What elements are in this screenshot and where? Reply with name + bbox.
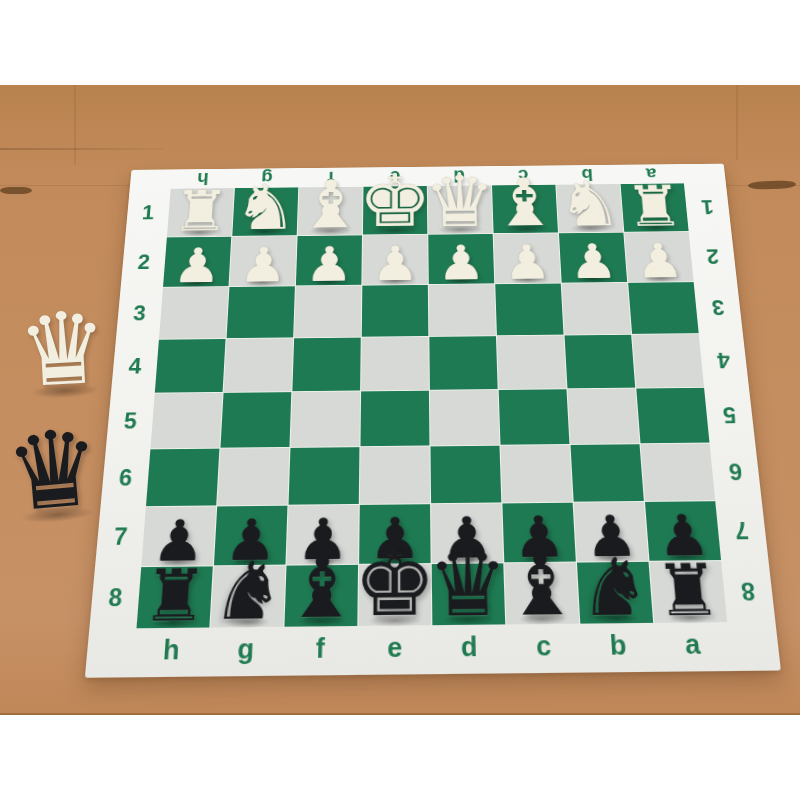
white-bishop-c1[interactable]: ♝ bbox=[490, 170, 560, 236]
square-c2[interactable]: ♟ bbox=[494, 233, 561, 283]
square-f5[interactable] bbox=[290, 391, 360, 447]
white-queen-d1[interactable]: ♛ bbox=[423, 166, 497, 237]
square-h5[interactable] bbox=[150, 393, 222, 449]
rank-label-8: 8 bbox=[89, 567, 141, 629]
rank-label-2: 2 bbox=[689, 231, 737, 281]
square-d2[interactable]: ♟ bbox=[428, 234, 494, 284]
chess-board: ♜♞♝♚♛♝♞♜♟♟♟♟♟♟♟♟♟♟♟♟♟♟♟♟♜♞♝♚♛♝♞♜ bbox=[136, 183, 727, 628]
square-h2[interactable]: ♟ bbox=[163, 237, 231, 287]
board-perspective-scene: hgfedcba 12345678 12345678 hgfedcba ♜♞♝♚… bbox=[85, 164, 781, 678]
white-pawn-c2[interactable]: ♟ bbox=[502, 238, 552, 286]
square-c1[interactable]: ♝ bbox=[492, 185, 558, 233]
rank-label-4: 4 bbox=[699, 334, 749, 387]
white-pawn-f2[interactable]: ♟ bbox=[304, 240, 353, 288]
square-b1[interactable]: ♞ bbox=[556, 184, 623, 232]
white-pawn-e2[interactable]: ♟ bbox=[371, 240, 419, 288]
white-pawn-b2[interactable]: ♟ bbox=[568, 238, 619, 286]
white-pawn-d2[interactable]: ♟ bbox=[437, 239, 486, 287]
square-g2[interactable]: ♟ bbox=[229, 236, 296, 286]
black-bishop-f8[interactable]: ♝ bbox=[282, 546, 360, 631]
rank-label-3: 3 bbox=[694, 282, 743, 333]
square-e3[interactable] bbox=[362, 285, 429, 337]
square-c8[interactable]: ♝ bbox=[504, 563, 579, 625]
rank-label-1: 1 bbox=[684, 183, 731, 231]
rank-label-5: 5 bbox=[106, 394, 155, 449]
square-g5[interactable] bbox=[220, 392, 291, 448]
square-a2[interactable]: ♟ bbox=[624, 232, 693, 282]
square-g6[interactable] bbox=[217, 448, 289, 506]
cardboard-crease bbox=[736, 85, 738, 160]
white-pawn-h2[interactable]: ♟ bbox=[171, 242, 222, 290]
square-h1[interactable]: ♜ bbox=[167, 188, 234, 236]
white-rook-h1[interactable]: ♜ bbox=[170, 183, 231, 240]
rank-label-1: 1 bbox=[125, 189, 170, 237]
square-b3[interactable] bbox=[562, 283, 631, 335]
square-d5[interactable] bbox=[430, 390, 500, 445]
square-d6[interactable] bbox=[430, 446, 501, 503]
square-e1[interactable]: ♚ bbox=[363, 186, 427, 234]
black-king-e8[interactable]: ♚ bbox=[352, 537, 437, 630]
square-d3[interactable] bbox=[429, 284, 496, 336]
rank-label-8: 8 bbox=[721, 561, 775, 623]
rank-label-3: 3 bbox=[116, 288, 163, 340]
square-g3[interactable] bbox=[227, 286, 295, 338]
rank-label-7: 7 bbox=[715, 501, 768, 560]
black-bishop-c8[interactable]: ♝ bbox=[502, 544, 582, 629]
black-rook-a8[interactable]: ♜ bbox=[653, 555, 724, 627]
square-h6[interactable] bbox=[146, 449, 219, 507]
square-f3[interactable] bbox=[294, 286, 361, 338]
square-c3[interactable] bbox=[495, 284, 563, 336]
square-a6[interactable] bbox=[641, 443, 716, 500]
square-c6[interactable] bbox=[501, 445, 573, 502]
square-h8[interactable]: ♜ bbox=[136, 566, 212, 628]
square-g4[interactable] bbox=[224, 338, 294, 392]
square-h4[interactable] bbox=[155, 339, 226, 393]
square-a8[interactable]: ♜ bbox=[650, 561, 728, 623]
square-c4[interactable] bbox=[497, 335, 566, 389]
white-pawn-g2[interactable]: ♟ bbox=[238, 241, 288, 289]
square-d4[interactable] bbox=[429, 336, 497, 390]
extra-black-queen[interactable]: ♛ bbox=[2, 414, 106, 528]
square-f2[interactable]: ♟ bbox=[296, 235, 362, 285]
square-f1[interactable]: ♝ bbox=[298, 187, 363, 235]
white-king-e1[interactable]: ♚ bbox=[358, 165, 433, 238]
black-rook-h8[interactable]: ♜ bbox=[140, 560, 210, 632]
square-e5[interactable] bbox=[360, 391, 429, 446]
white-knight-g1[interactable]: ♞ bbox=[232, 176, 299, 239]
square-a5[interactable] bbox=[636, 388, 709, 443]
extra-white-queen[interactable]: ♛ bbox=[15, 298, 110, 403]
black-knight-g8[interactable]: ♞ bbox=[210, 551, 286, 632]
square-b5[interactable] bbox=[567, 389, 639, 444]
square-e8[interactable]: ♚ bbox=[358, 564, 431, 626]
square-b6[interactable] bbox=[571, 444, 644, 501]
cardboard-scratch bbox=[0, 187, 32, 194]
square-d8[interactable]: ♛ bbox=[432, 563, 506, 625]
rank-label-5: 5 bbox=[704, 387, 755, 442]
vinyl-chess-mat: hgfedcba 12345678 12345678 hgfedcba ♜♞♝♚… bbox=[85, 164, 781, 678]
rank-label-6: 6 bbox=[101, 449, 151, 506]
rank-label-4: 4 bbox=[111, 340, 159, 393]
cardboard-crease bbox=[0, 148, 165, 150]
square-b8[interactable]: ♞ bbox=[577, 562, 653, 624]
white-pawn-a2[interactable]: ♟ bbox=[633, 237, 685, 285]
black-queen-d8[interactable]: ♛ bbox=[427, 539, 511, 630]
square-f4[interactable] bbox=[292, 338, 360, 392]
square-g1[interactable]: ♞ bbox=[232, 187, 298, 235]
square-a1[interactable]: ♜ bbox=[621, 183, 689, 231]
black-knight-b8[interactable]: ♞ bbox=[576, 547, 653, 628]
square-c5[interactable] bbox=[499, 389, 570, 444]
white-knight-b1[interactable]: ♞ bbox=[556, 173, 624, 236]
square-e6[interactable] bbox=[360, 446, 430, 503]
square-h3[interactable] bbox=[159, 287, 228, 339]
photo-backdrop: hgfedcba 12345678 12345678 hgfedcba ♜♞♝♚… bbox=[0, 0, 800, 800]
square-e4[interactable] bbox=[361, 337, 429, 391]
square-b2[interactable]: ♟ bbox=[559, 233, 627, 283]
square-f8[interactable]: ♝ bbox=[284, 565, 358, 627]
cardboard-scratch bbox=[748, 180, 796, 190]
cardboard-crease bbox=[74, 85, 76, 165]
square-a3[interactable] bbox=[628, 282, 699, 334]
square-d1[interactable]: ♛ bbox=[428, 185, 493, 233]
square-g8[interactable]: ♞ bbox=[210, 566, 285, 628]
square-e2[interactable]: ♟ bbox=[362, 235, 427, 285]
white-rook-a1[interactable]: ♜ bbox=[623, 179, 685, 236]
square-a4[interactable] bbox=[632, 334, 704, 388]
square-f6[interactable] bbox=[289, 447, 360, 505]
rank-label-2: 2 bbox=[121, 237, 167, 287]
white-bishop-f1[interactable]: ♝ bbox=[296, 172, 365, 238]
rank-label-6: 6 bbox=[710, 443, 762, 500]
square-b4[interactable] bbox=[565, 335, 636, 389]
